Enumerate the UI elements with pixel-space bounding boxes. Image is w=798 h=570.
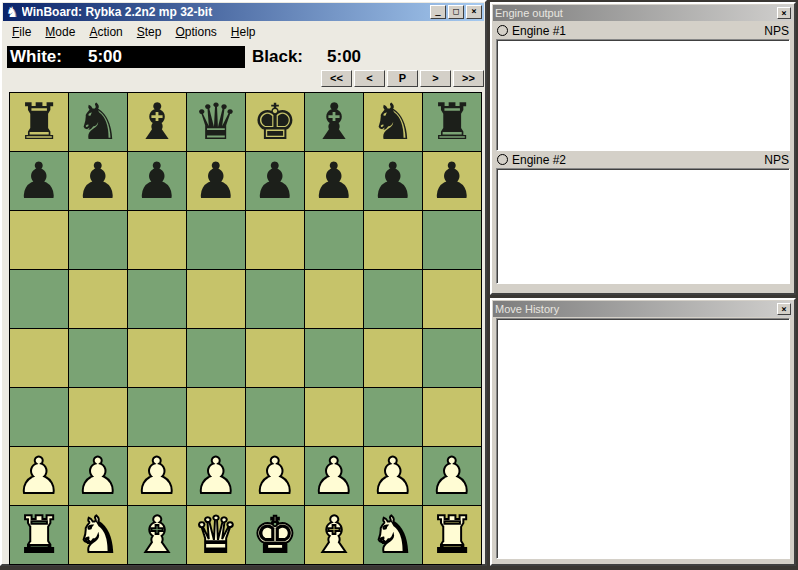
menu-options[interactable]: Options [169, 23, 224, 41]
square-a8[interactable]: ♜ [10, 93, 68, 151]
white-pawn[interactable]: ♟ [371, 447, 416, 505]
white-rook[interactable]: ♜ [430, 506, 475, 564]
white-clock[interactable]: White: 5:00 [7, 46, 245, 68]
square-h3[interactable] [423, 388, 481, 446]
square-g8[interactable]: ♞ [364, 93, 422, 151]
square-e7[interactable]: ♟ [246, 152, 304, 210]
black-rook[interactable]: ♜ [17, 93, 62, 151]
menu-help[interactable]: Help [225, 23, 264, 41]
square-c7[interactable]: ♟ [128, 152, 186, 210]
white-pawn[interactable]: ♟ [17, 447, 62, 505]
square-f7[interactable]: ♟ [305, 152, 363, 210]
engine2-header: Engine #2 NPS [492, 151, 794, 168]
square-g5[interactable] [364, 270, 422, 328]
white-pawn[interactable]: ♟ [430, 447, 475, 505]
white-bishop[interactable]: ♝ [135, 506, 180, 564]
clock-row: White: 5:00 Black: 5:00 [2, 46, 485, 68]
black-knight[interactable]: ♞ [76, 93, 121, 151]
black-bishop[interactable]: ♝ [312, 93, 357, 151]
square-a2[interactable]: ♟ [10, 447, 68, 505]
white-clock-label: White: [10, 47, 62, 67]
black-pawn[interactable]: ♟ [17, 152, 62, 210]
white-pawn[interactable]: ♟ [76, 447, 121, 505]
square-d5[interactable] [187, 270, 245, 328]
black-clock-label: Black: [252, 47, 303, 67]
chess-board[interactable]: ♜♞♝♛♚♝♞♜♟♟♟♟♟♟♟♟♟♟♟♟♟♟♟♟♜♞♝♛♚♝♞♜ [9, 92, 482, 565]
square-d3[interactable] [187, 388, 245, 446]
square-e4[interactable] [246, 329, 304, 387]
square-b2[interactable]: ♟ [69, 447, 127, 505]
square-d6[interactable] [187, 211, 245, 269]
engine1-output-area[interactable] [496, 39, 790, 151]
square-a5[interactable] [10, 270, 68, 328]
white-rook[interactable]: ♜ [17, 506, 62, 564]
square-b5[interactable] [69, 270, 127, 328]
winboard-window: ♞ WinBoard: Rybka 2.2n2 mp 32-bit _ □ × … [0, 0, 487, 566]
engine-output-title: Engine output [495, 7, 777, 19]
square-h6[interactable] [423, 211, 481, 269]
square-e5[interactable] [246, 270, 304, 328]
engine1-nps-label: NPS [764, 24, 789, 38]
engine2-output-area[interactable] [496, 168, 790, 284]
square-a1[interactable]: ♜ [10, 506, 68, 564]
square-h1[interactable]: ♜ [423, 506, 481, 564]
square-e3[interactable] [246, 388, 304, 446]
square-c1[interactable]: ♝ [128, 506, 186, 564]
close-icon[interactable]: × [777, 303, 791, 315]
black-rook[interactable]: ♜ [430, 93, 475, 151]
square-b4[interactable] [69, 329, 127, 387]
square-h8[interactable]: ♜ [423, 93, 481, 151]
square-h4[interactable] [423, 329, 481, 387]
move-history-titlebar[interactable]: Move History × [493, 301, 793, 317]
nav-pause-button[interactable]: P [387, 70, 418, 87]
engine-output-panel: Engine output × Engine #1 NPS Engine #2 … [490, 2, 796, 295]
square-a4[interactable] [10, 329, 68, 387]
square-b8[interactable]: ♞ [69, 93, 127, 151]
white-pawn[interactable]: ♟ [253, 447, 298, 505]
menu-step[interactable]: Step [131, 23, 170, 41]
move-history-title: Move History [495, 303, 777, 315]
move-history-area[interactable] [496, 318, 790, 559]
black-pawn[interactable]: ♟ [430, 152, 475, 210]
nav-rewind-to-start-button[interactable]: << [321, 70, 352, 87]
black-clock[interactable]: Black: 5:00 [252, 46, 361, 68]
square-d8[interactable]: ♛ [187, 93, 245, 151]
square-b6[interactable] [69, 211, 127, 269]
square-a3[interactable] [10, 388, 68, 446]
close-icon[interactable]: × [466, 5, 482, 19]
black-pawn[interactable]: ♟ [135, 152, 180, 210]
square-d7[interactable]: ♟ [187, 152, 245, 210]
square-f6[interactable] [305, 211, 363, 269]
menu-mode[interactable]: Mode [39, 23, 83, 41]
square-b1[interactable]: ♞ [69, 506, 127, 564]
black-knight[interactable]: ♞ [371, 93, 416, 151]
square-e6[interactable] [246, 211, 304, 269]
square-c4[interactable] [128, 329, 186, 387]
black-pawn[interactable]: ♟ [371, 152, 416, 210]
square-a7[interactable]: ♟ [10, 152, 68, 210]
square-g2[interactable]: ♟ [364, 447, 422, 505]
square-g3[interactable] [364, 388, 422, 446]
nav-forward-to-end-button[interactable]: >> [453, 70, 484, 87]
menu-bar: File Mode Action Step Options Help [2, 22, 485, 41]
engine2-label: Engine #2 [512, 153, 764, 167]
menu-action[interactable]: Action [83, 23, 130, 41]
square-g7[interactable]: ♟ [364, 152, 422, 210]
engine-output-titlebar[interactable]: Engine output × [493, 5, 793, 21]
black-bishop[interactable]: ♝ [135, 93, 180, 151]
black-pawn[interactable]: ♟ [76, 152, 121, 210]
white-queen[interactable]: ♛ [194, 506, 239, 564]
square-g4[interactable] [364, 329, 422, 387]
black-pawn[interactable]: ♟ [312, 152, 357, 210]
square-f5[interactable] [305, 270, 363, 328]
square-h5[interactable] [423, 270, 481, 328]
square-f1[interactable]: ♝ [305, 506, 363, 564]
square-f8[interactable]: ♝ [305, 93, 363, 151]
black-queen[interactable]: ♛ [194, 93, 239, 151]
engine2-radio-icon[interactable] [497, 154, 508, 165]
white-clock-time: 5:00 [88, 47, 122, 67]
engine1-radio-icon[interactable] [497, 25, 508, 36]
title-bar[interactable]: ♞ WinBoard: Rybka 2.2n2 mp 32-bit _ □ × [3, 3, 484, 21]
black-king[interactable]: ♚ [253, 93, 298, 151]
square-b7[interactable]: ♟ [69, 152, 127, 210]
square-h2[interactable]: ♟ [423, 447, 481, 505]
black-pawn[interactable]: ♟ [253, 152, 298, 210]
square-f3[interactable] [305, 388, 363, 446]
minimize-icon[interactable]: _ [430, 5, 446, 19]
square-d2[interactable]: ♟ [187, 447, 245, 505]
white-bishop[interactable]: ♝ [312, 506, 357, 564]
square-c2[interactable]: ♟ [128, 447, 186, 505]
menu-file[interactable]: File [6, 23, 39, 41]
square-e8[interactable]: ♚ [246, 93, 304, 151]
window-title: WinBoard: Rybka 2.2n2 mp 32-bit [22, 5, 430, 19]
square-c5[interactable] [128, 270, 186, 328]
square-b3[interactable] [69, 388, 127, 446]
square-c3[interactable] [128, 388, 186, 446]
engine1-label: Engine #1 [512, 24, 764, 38]
square-d4[interactable] [187, 329, 245, 387]
nav-back-button[interactable]: < [354, 70, 385, 87]
square-g6[interactable] [364, 211, 422, 269]
square-e1[interactable]: ♚ [246, 506, 304, 564]
nav-button-row: << < P > >> [2, 70, 484, 88]
close-icon[interactable]: × [777, 7, 791, 19]
square-g1[interactable]: ♞ [364, 506, 422, 564]
white-king[interactable]: ♚ [253, 506, 298, 564]
square-c6[interactable] [128, 211, 186, 269]
square-d1[interactable]: ♛ [187, 506, 245, 564]
white-pawn[interactable]: ♟ [312, 447, 357, 505]
maximize-icon[interactable]: □ [448, 5, 464, 19]
engine2-nps-label: NPS [764, 153, 789, 167]
black-clock-time: 5:00 [327, 47, 361, 67]
square-a6[interactable] [10, 211, 68, 269]
black-pawn[interactable]: ♟ [194, 152, 239, 210]
square-h7[interactable]: ♟ [423, 152, 481, 210]
white-knight[interactable]: ♞ [76, 506, 121, 564]
winboard-knight-icon: ♞ [6, 5, 19, 19]
square-f4[interactable] [305, 329, 363, 387]
square-c8[interactable]: ♝ [128, 93, 186, 151]
engine1-header: Engine #1 NPS [492, 22, 794, 39]
move-history-panel: Move History × [490, 298, 796, 566]
white-pawn[interactable]: ♟ [135, 447, 180, 505]
nav-forward-button[interactable]: > [420, 70, 451, 87]
white-pawn[interactable]: ♟ [194, 447, 239, 505]
square-e2[interactable]: ♟ [246, 447, 304, 505]
white-knight[interactable]: ♞ [371, 506, 416, 564]
square-f2[interactable]: ♟ [305, 447, 363, 505]
